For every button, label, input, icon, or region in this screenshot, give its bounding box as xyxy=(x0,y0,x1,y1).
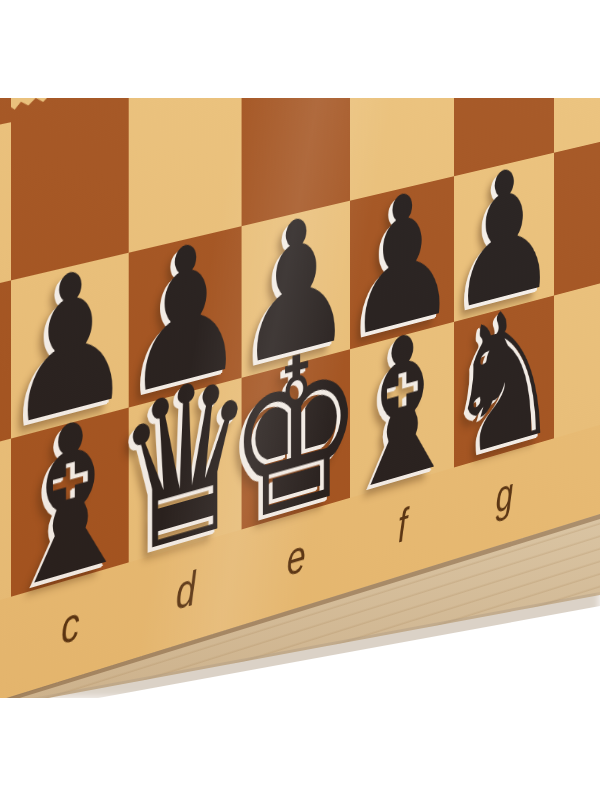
file-label-g: g xyxy=(496,469,513,519)
square-h2[interactable] xyxy=(554,130,600,295)
file-label-f: f xyxy=(398,501,407,550)
square-e1[interactable]: ♚ xyxy=(242,349,350,529)
black-bishop-f1[interactable]: ♝ xyxy=(341,297,463,523)
file-label-e: e xyxy=(287,531,306,584)
square-d1[interactable]: ♛ xyxy=(129,378,242,563)
square-g1[interactable]: ♞ xyxy=(454,296,554,468)
square-c1[interactable]: ♝ xyxy=(11,408,129,597)
chessboard: ♟♟♟♟♟♝♛♚♝♞cdefg xyxy=(0,98,600,698)
black-knight-g1[interactable]: ♞ xyxy=(447,275,561,489)
square-f1[interactable]: ♝ xyxy=(350,322,454,498)
board-photo: ♟♟♟♟♟♝♛♚♝♞cdefg xyxy=(0,98,600,698)
square-h1[interactable] xyxy=(554,270,600,438)
file-label-d: d xyxy=(176,563,196,617)
file-label-c: c xyxy=(61,598,79,653)
